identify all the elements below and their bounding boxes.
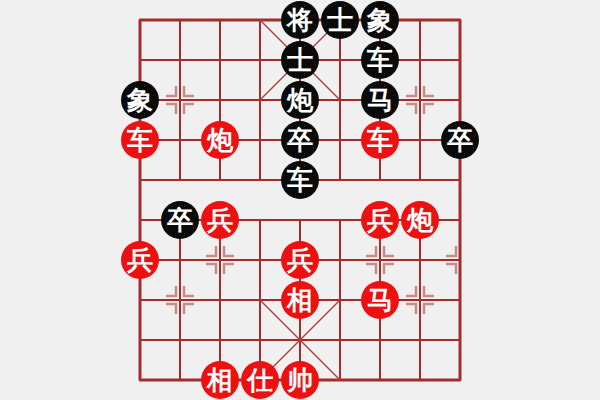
piece-red-elephant[interactable]: 相 bbox=[281, 281, 319, 319]
piece-black-general[interactable]: 将 bbox=[281, 1, 319, 39]
piece-red-soldier[interactable]: 兵 bbox=[281, 241, 319, 279]
xiangqi-app: 将士象士车象炮马车炮卒车卒车卒兵兵炮兵兵相马相仕帅 bbox=[0, 0, 600, 400]
piece-red-horse[interactable]: 马 bbox=[361, 281, 399, 319]
piece-red-soldier[interactable]: 兵 bbox=[201, 201, 239, 239]
piece-red-elephant[interactable]: 相 bbox=[201, 361, 239, 399]
piece-red-cannon[interactable]: 炮 bbox=[401, 201, 439, 239]
piece-red-soldier[interactable]: 兵 bbox=[121, 241, 159, 279]
piece-red-chariot[interactable]: 车 bbox=[361, 121, 399, 159]
piece-black-chariot[interactable]: 车 bbox=[361, 41, 399, 79]
piece-red-cannon[interactable]: 炮 bbox=[201, 121, 239, 159]
piece-black-advisor[interactable]: 士 bbox=[281, 41, 319, 79]
piece-red-soldier[interactable]: 兵 bbox=[361, 201, 399, 239]
piece-black-cannon[interactable]: 炮 bbox=[281, 81, 319, 119]
piece-black-elephant[interactable]: 象 bbox=[361, 1, 399, 39]
piece-red-general[interactable]: 帅 bbox=[281, 361, 319, 399]
piece-black-advisor[interactable]: 士 bbox=[321, 1, 359, 39]
piece-black-soldier[interactable]: 卒 bbox=[161, 201, 199, 239]
piece-black-chariot[interactable]: 车 bbox=[281, 161, 319, 199]
board-grid: 将士象士车象炮马车炮卒车卒车卒兵兵炮兵兵相马相仕帅 bbox=[120, 0, 480, 400]
piece-red-advisor[interactable]: 仕 bbox=[241, 361, 279, 399]
piece-red-chariot[interactable]: 车 bbox=[121, 121, 159, 159]
piece-black-soldier[interactable]: 卒 bbox=[441, 121, 479, 159]
piece-black-soldier[interactable]: 卒 bbox=[281, 121, 319, 159]
piece-black-horse[interactable]: 马 bbox=[361, 81, 399, 119]
piece-black-elephant[interactable]: 象 bbox=[121, 81, 159, 119]
